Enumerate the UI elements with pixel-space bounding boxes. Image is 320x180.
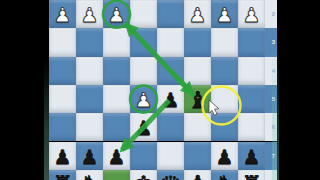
piece-white-rook-a1[interactable]: ♜ [238,0,265,1]
piece-black-rook-a8[interactable]: ♜ [238,170,265,180]
square-g6[interactable] [76,113,103,141]
rank-label-6: 6 [265,113,277,141]
piece-white-queen-d1[interactable]: ♛ [157,0,184,1]
piece-white-bishop-c1[interactable]: ♝ [184,0,211,1]
piece-white-bishop-f1[interactable]: ♝ [103,0,130,1]
square-a4[interactable] [238,57,265,85]
square-a3[interactable] [238,28,265,56]
piece-black-pawn-b7[interactable]: ♟ [211,142,238,170]
square-g4[interactable] [76,57,103,85]
piece-white-pawn-b2[interactable]: ♟ [211,1,238,29]
square-b4[interactable] [211,57,238,85]
square-a6[interactable] [238,113,265,141]
rank-label-3: 3 [265,28,277,56]
square-b6[interactable] [211,113,238,141]
piece-black-king-e8[interactable]: ♚ [130,170,157,180]
square-g5[interactable] [76,85,103,113]
piece-black-pawn-h7[interactable]: ♟ [49,142,76,170]
square-c6[interactable] [184,113,211,141]
rank-label-8: 8 [265,170,277,180]
square-f4[interactable] [103,57,130,85]
square-d2[interactable] [157,0,184,28]
square-h4[interactable] [49,57,76,85]
piece-black-bishop-c5[interactable]: ♝ [184,85,211,113]
rank-label-2: 2 [265,0,277,28]
piece-white-pawn-g2[interactable]: ♟ [76,1,103,29]
square-h3[interactable] [49,28,76,56]
square-b5[interactable] [211,85,238,113]
piece-black-knight-b8[interactable]: ♞ [211,170,238,180]
piece-black-pawn-a7[interactable]: ♟ [238,142,265,170]
square-d6[interactable] [157,113,184,141]
piece-black-knight-g8[interactable]: ♞ [76,170,103,180]
square-f8[interactable] [103,170,130,180]
rank-label-4: 4 [265,57,277,85]
square-c7[interactable] [184,142,211,170]
piece-black-pawn-d5[interactable]: ♟ [157,85,184,113]
square-a5[interactable] [238,85,265,113]
square-e7[interactable] [130,142,157,170]
square-h6[interactable] [49,113,76,141]
piece-white-pawn-a2[interactable]: ♟ [238,1,265,29]
piece-white-pawn-c2[interactable]: ♟ [184,1,211,29]
square-e3[interactable] [130,28,157,56]
square-b3[interactable] [211,28,238,56]
piece-black-pawn-e6[interactable]: ♟ [130,114,157,142]
chess-board: 12345678♜♞♝♛♚♞♜♟♟♟♟♟♟♝♟♟♟♟♟♟♟♟♜♞♝♛♚♝♞♜ [0,0,320,180]
piece-white-pawn-f2[interactable]: ♟ [103,1,130,29]
piece-black-pawn-g7[interactable]: ♟ [76,142,103,170]
piece-white-knight-b1[interactable]: ♞ [211,0,238,1]
piece-white-pawn-h2[interactable]: ♟ [49,1,76,29]
piece-white-knight-g1[interactable]: ♞ [76,0,103,1]
square-h5[interactable] [49,85,76,113]
rank-label-5: 5 [265,85,277,113]
square-f6[interactable] [103,113,130,141]
piece-white-rook-h1[interactable]: ♜ [49,0,76,1]
piece-black-queen-d8[interactable]: ♛ [157,170,184,180]
square-c3[interactable] [184,28,211,56]
rank-label-7: 7 [265,142,277,170]
square-f3[interactable] [103,28,130,56]
piece-white-pawn-e5[interactable]: ♟ [130,85,157,113]
square-d3[interactable] [157,28,184,56]
video-frame: 12345678♜♞♝♛♚♞♜♟♟♟♟♟♟♝♟♟♟♟♟♟♟♟♜♞♝♛♚♝♞♜ [0,0,320,180]
square-d4[interactable] [157,57,184,85]
square-f5[interactable] [103,85,130,113]
piece-black-pawn-f7[interactable]: ♟ [103,142,130,170]
piece-white-king-e1[interactable]: ♚ [130,0,157,1]
square-e2[interactable] [130,0,157,28]
piece-black-bishop-c8[interactable]: ♝ [184,170,211,180]
piece-black-rook-h8[interactable]: ♜ [49,170,76,180]
square-d7[interactable] [157,142,184,170]
square-c4[interactable] [184,57,211,85]
square-g3[interactable] [76,28,103,56]
square-e4[interactable] [130,57,157,85]
